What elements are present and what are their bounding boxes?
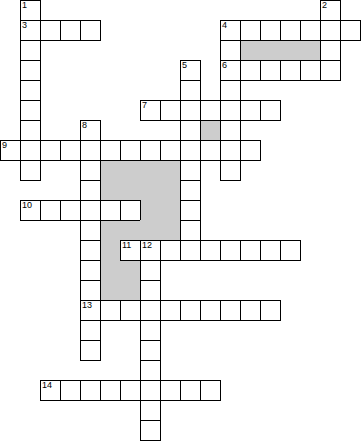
cell[interactable] (180, 160, 201, 181)
cell[interactable] (140, 300, 161, 321)
cell[interactable] (140, 140, 161, 161)
cell[interactable] (100, 300, 121, 321)
cell[interactable] (40, 140, 61, 161)
cell[interactable] (40, 200, 61, 221)
crossword-board: 1234567891011121314 (0, 0, 361, 441)
cell[interactable] (80, 180, 101, 201)
cell[interactable] (140, 360, 161, 381)
cell[interactable] (120, 380, 141, 401)
cell[interactable] (140, 320, 161, 341)
cell[interactable] (40, 380, 61, 401)
cell[interactable] (80, 300, 101, 321)
cell[interactable] (140, 400, 161, 421)
cell[interactable] (260, 240, 281, 261)
blocked-region (120, 160, 141, 181)
blocked-region (120, 180, 141, 201)
cell[interactable] (80, 380, 101, 401)
cell[interactable] (220, 40, 241, 61)
cell[interactable] (100, 200, 121, 221)
cell[interactable] (320, 0, 341, 21)
cell[interactable] (240, 140, 261, 161)
blocked-region (140, 160, 161, 181)
cell[interactable] (340, 20, 361, 41)
cell[interactable] (80, 200, 101, 221)
cell[interactable] (200, 240, 221, 261)
cell[interactable] (20, 40, 41, 61)
cell[interactable] (20, 200, 41, 221)
cell[interactable] (260, 60, 281, 81)
blocked-region (300, 40, 321, 61)
cell[interactable] (160, 300, 181, 321)
cell[interactable] (80, 220, 101, 241)
cell[interactable] (20, 0, 41, 21)
cell[interactable] (180, 380, 201, 401)
cell[interactable] (280, 60, 301, 81)
cell[interactable] (200, 140, 221, 161)
cell[interactable] (180, 120, 201, 141)
cell[interactable] (80, 260, 101, 281)
blocked-region (100, 160, 121, 181)
cell[interactable] (60, 200, 81, 221)
cell[interactable] (20, 140, 41, 161)
blocked-region (120, 280, 141, 301)
blocked-region (140, 180, 161, 201)
cell[interactable] (120, 240, 141, 261)
cell[interactable] (100, 140, 121, 161)
cell[interactable] (180, 220, 201, 241)
cell[interactable] (60, 140, 81, 161)
cell[interactable] (80, 320, 101, 341)
cell[interactable] (220, 240, 241, 261)
cell[interactable] (220, 140, 241, 161)
blocked-region (140, 220, 161, 241)
blocked-region (160, 160, 181, 181)
cell[interactable] (180, 80, 201, 101)
blocked-region (160, 220, 181, 241)
cell[interactable] (240, 20, 261, 41)
cell[interactable] (180, 60, 201, 81)
cell[interactable] (100, 380, 121, 401)
blocked-region (280, 40, 301, 61)
cell[interactable] (220, 300, 241, 321)
cell[interactable] (200, 100, 221, 121)
cell[interactable] (240, 300, 261, 321)
cell[interactable] (220, 120, 241, 141)
cell[interactable] (20, 100, 41, 121)
cell[interactable] (60, 380, 81, 401)
blocked-region (140, 200, 161, 221)
cell[interactable] (140, 380, 161, 401)
cell[interactable] (220, 20, 241, 41)
cell[interactable] (180, 180, 201, 201)
cell[interactable] (180, 140, 201, 161)
cell[interactable] (300, 60, 321, 81)
blocked-region (100, 240, 121, 261)
cell[interactable] (80, 240, 101, 261)
cell[interactable] (20, 160, 41, 181)
cell[interactable] (220, 80, 241, 101)
blocked-region (120, 260, 141, 281)
cell[interactable] (140, 100, 161, 121)
blocked-region (160, 200, 181, 221)
blocked-region (100, 260, 121, 281)
cell[interactable] (140, 260, 161, 281)
cell[interactable] (240, 100, 261, 121)
cell[interactable] (20, 120, 41, 141)
cell[interactable] (140, 340, 161, 361)
blocked-region (100, 220, 121, 241)
cell[interactable] (0, 140, 21, 161)
cell[interactable] (240, 240, 261, 261)
cell[interactable] (180, 100, 201, 121)
blocked-region (120, 220, 141, 241)
cell[interactable] (320, 20, 341, 41)
cell[interactable] (60, 20, 81, 41)
cell[interactable] (20, 20, 41, 41)
cell[interactable] (20, 60, 41, 81)
cell[interactable] (180, 200, 201, 221)
cell[interactable] (160, 140, 181, 161)
blocked-region (240, 40, 261, 61)
cell[interactable] (260, 100, 281, 121)
cell[interactable] (80, 160, 101, 181)
cell[interactable] (200, 380, 221, 401)
cell[interactable] (120, 140, 141, 161)
cell[interactable] (160, 240, 181, 261)
cell[interactable] (140, 280, 161, 301)
cell[interactable] (220, 100, 241, 121)
cell[interactable] (160, 380, 181, 401)
cell[interactable] (180, 240, 201, 261)
cell[interactable] (80, 140, 101, 161)
cell[interactable] (220, 60, 241, 81)
cell[interactable] (20, 80, 41, 101)
cell[interactable] (240, 60, 261, 81)
cell[interactable] (120, 300, 141, 321)
cell[interactable] (200, 300, 221, 321)
blocked-region (160, 180, 181, 201)
blocked-region (100, 280, 121, 301)
cell[interactable] (40, 20, 61, 41)
cell[interactable] (160, 100, 181, 121)
cell[interactable] (80, 120, 101, 141)
blocked-region (200, 120, 221, 141)
cell[interactable] (80, 20, 101, 41)
cell[interactable] (80, 280, 101, 301)
cell[interactable] (80, 340, 101, 361)
cell[interactable] (260, 20, 281, 41)
cell[interactable] (140, 240, 161, 261)
cell[interactable] (280, 240, 301, 261)
cell[interactable] (140, 420, 161, 441)
cell[interactable] (280, 20, 301, 41)
cell[interactable] (260, 300, 281, 321)
cell[interactable] (120, 200, 141, 221)
cell[interactable] (180, 300, 201, 321)
cell[interactable] (320, 40, 341, 61)
cell[interactable] (300, 20, 321, 41)
cell[interactable] (320, 60, 341, 81)
blocked-region (100, 180, 121, 201)
blocked-region (260, 40, 281, 61)
cell[interactable] (220, 160, 241, 181)
